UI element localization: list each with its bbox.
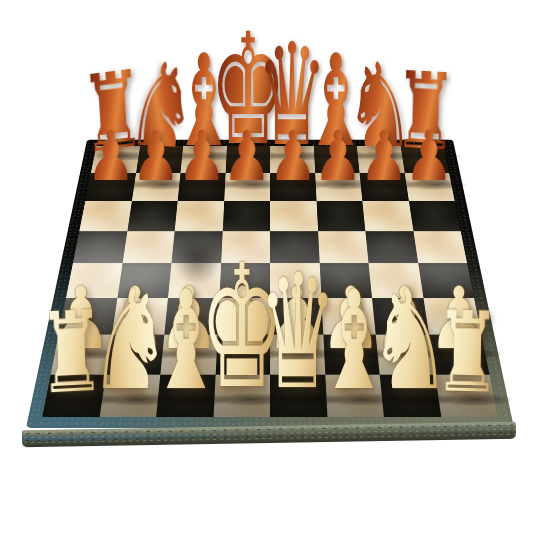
piece-black-pawn-h7[interactable]: ♟ bbox=[404, 122, 453, 191]
square-g6[interactable] bbox=[362, 201, 413, 231]
square-a6[interactable] bbox=[79, 201, 131, 231]
square-e6[interactable] bbox=[270, 201, 318, 231]
piece-black-pawn-g7[interactable]: ♟ bbox=[359, 122, 408, 191]
square-h5[interactable] bbox=[413, 231, 467, 263]
piece-black-pawn-d7[interactable]: ♟ bbox=[223, 122, 272, 191]
piece-black-pawn-b7[interactable]: ♟ bbox=[132, 122, 181, 191]
square-a5[interactable] bbox=[73, 231, 127, 263]
square-g5[interactable] bbox=[365, 231, 417, 263]
square-d6[interactable] bbox=[222, 201, 270, 231]
piece-black-pawn-f7[interactable]: ♟ bbox=[313, 122, 362, 191]
square-b6[interactable] bbox=[127, 201, 178, 231]
piece-black-pawn-c7[interactable]: ♟ bbox=[177, 122, 226, 191]
square-h6[interactable] bbox=[408, 201, 460, 231]
piece-black-pawn-e7[interactable]: ♟ bbox=[268, 122, 317, 191]
square-f6[interactable] bbox=[316, 201, 365, 231]
piece-black-pawn-a7[interactable]: ♟ bbox=[86, 122, 135, 191]
piece-white-rook-h1[interactable]: ♜ bbox=[433, 297, 502, 410]
square-b5[interactable] bbox=[122, 231, 174, 263]
chess-photo-scene: ♜♞♝♚♛♝♞♜♟♟♟♟♟♟♟♟♟♟♟♟♟♟♟♟♜♞♝♚♛♝♞♜ bbox=[0, 0, 533, 533]
square-c6[interactable] bbox=[175, 201, 224, 231]
